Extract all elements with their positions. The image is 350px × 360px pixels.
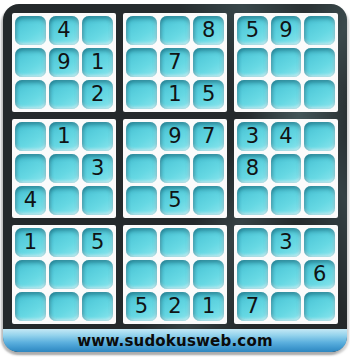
sudoku-grid: 491287155913497534815521367 [12,13,338,324]
cell-r6c6[interactable] [193,186,224,215]
cell-r4c4[interactable] [126,122,157,151]
cell-r3c6[interactable]: 5 [193,80,224,109]
cell-r2c6[interactable] [193,48,224,77]
cell-r2c2[interactable]: 9 [49,48,80,77]
cell-r1c8[interactable]: 9 [271,16,302,45]
cell-r4c9[interactable] [304,122,335,151]
cell-r5c7[interactable]: 8 [237,154,268,183]
cell-r8c3[interactable] [82,260,113,289]
cell-r3c1[interactable] [15,80,46,109]
cell-r6c5[interactable]: 5 [160,186,191,215]
cell-r9c5[interactable]: 2 [160,292,191,321]
cell-r6c1[interactable]: 4 [15,186,46,215]
cell-r6c7[interactable] [237,186,268,215]
cell-r1c7[interactable]: 5 [237,16,268,45]
cell-r3c7[interactable] [237,80,268,109]
cell-r2c1[interactable] [15,48,46,77]
cell-r9c2[interactable] [49,292,80,321]
cell-r4c8[interactable]: 4 [271,122,302,151]
cell-r1c4[interactable] [126,16,157,45]
cell-r9c6[interactable]: 1 [193,292,224,321]
cell-r7c5[interactable] [160,228,191,257]
cell-r4c1[interactable] [15,122,46,151]
cell-r7c7[interactable] [237,228,268,257]
cell-r8c6[interactable] [193,260,224,289]
sudoku-box-2: 8715 [123,13,227,112]
cell-r3c3[interactable]: 2 [82,80,113,109]
cell-r3c4[interactable] [126,80,157,109]
site-banner-label: www.sudokusweb.com [77,332,272,350]
cell-r1c5[interactable] [160,16,191,45]
cell-r9c8[interactable] [271,292,302,321]
cell-r5c6[interactable] [193,154,224,183]
cell-r2c4[interactable] [126,48,157,77]
sudoku-box-1: 4912 [12,13,116,112]
cell-r9c3[interactable] [82,292,113,321]
cell-r9c4[interactable]: 5 [126,292,157,321]
cell-r6c8[interactable] [271,186,302,215]
cell-r5c4[interactable] [126,154,157,183]
cell-r5c8[interactable] [271,154,302,183]
cell-r7c9[interactable] [304,228,335,257]
cell-r1c9[interactable] [304,16,335,45]
cell-r7c1[interactable]: 1 [15,228,46,257]
cell-r4c5[interactable]: 9 [160,122,191,151]
cell-r2c7[interactable] [237,48,268,77]
sudoku-box-4: 134 [12,119,116,218]
cell-r2c5[interactable]: 7 [160,48,191,77]
cell-r4c2[interactable]: 1 [49,122,80,151]
cell-r8c8[interactable] [271,260,302,289]
cell-r3c9[interactable] [304,80,335,109]
cell-r8c9[interactable]: 6 [304,260,335,289]
cell-r7c8[interactable]: 3 [271,228,302,257]
site-banner: www.sudokusweb.com [3,329,347,352]
cell-r8c2[interactable] [49,260,80,289]
cell-r3c5[interactable]: 1 [160,80,191,109]
cell-r5c3[interactable]: 3 [82,154,113,183]
cell-r6c4[interactable] [126,186,157,215]
cell-r9c9[interactable] [304,292,335,321]
cell-r8c5[interactable] [160,260,191,289]
cell-r5c2[interactable] [49,154,80,183]
cell-r1c6[interactable]: 8 [193,16,224,45]
cell-r7c3[interactable]: 5 [82,228,113,257]
cell-r8c1[interactable] [15,260,46,289]
cell-r9c1[interactable] [15,292,46,321]
cell-r2c9[interactable] [304,48,335,77]
cell-r6c3[interactable] [82,186,113,215]
cell-r4c3[interactable] [82,122,113,151]
cell-r7c6[interactable] [193,228,224,257]
cell-r8c7[interactable] [237,260,268,289]
sudoku-box-5: 975 [123,119,227,218]
cell-r8c4[interactable] [126,260,157,289]
cell-r5c9[interactable] [304,154,335,183]
sudoku-board: 491287155913497534815521367 www.sudokusw… [3,4,347,352]
cell-r6c9[interactable] [304,186,335,215]
cell-r7c4[interactable] [126,228,157,257]
cell-r6c2[interactable] [49,186,80,215]
cell-r4c7[interactable]: 3 [237,122,268,151]
cell-r4c6[interactable]: 7 [193,122,224,151]
cell-r1c3[interactable] [82,16,113,45]
cell-r5c5[interactable] [160,154,191,183]
cell-r1c2[interactable]: 4 [49,16,80,45]
cell-r5c1[interactable] [15,154,46,183]
cell-r9c7[interactable]: 7 [237,292,268,321]
cell-r2c8[interactable] [271,48,302,77]
sudoku-box-8: 521 [123,225,227,324]
cell-r3c8[interactable] [271,80,302,109]
sudoku-box-7: 15 [12,225,116,324]
sudoku-box-9: 367 [234,225,338,324]
cell-r3c2[interactable] [49,80,80,109]
cell-r7c2[interactable] [49,228,80,257]
cell-r2c3[interactable]: 1 [82,48,113,77]
cell-r1c1[interactable] [15,16,46,45]
sudoku-box-3: 59 [234,13,338,112]
sudoku-box-6: 348 [234,119,338,218]
